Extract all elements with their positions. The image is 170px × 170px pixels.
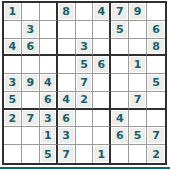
cell-r3c3[interactable] (40, 39, 58, 57)
cell-r5c9: 5 (147, 74, 165, 92)
given-digit: 4 (44, 77, 52, 88)
cell-r2c8[interactable] (129, 21, 147, 39)
given-digit: 3 (9, 77, 17, 88)
given-digit: 5 (152, 77, 160, 88)
cell-r7c5[interactable] (76, 110, 94, 128)
cell-r3c1: 4 (4, 39, 22, 57)
cell-r4c2[interactable] (22, 56, 40, 74)
cell-r6c6[interactable] (93, 92, 111, 110)
given-digit: 6 (62, 113, 70, 124)
cell-r4c4[interactable] (58, 56, 76, 74)
given-digit: 2 (80, 94, 88, 105)
given-digit: 5 (44, 149, 52, 160)
given-digit: 8 (62, 6, 70, 17)
cell-r2c3[interactable] (40, 21, 58, 39)
cell-r4c5: 5 (76, 56, 94, 74)
cell-r8c3: 1 (40, 127, 58, 145)
given-digit: 6 (26, 41, 34, 52)
given-digit: 6 (116, 130, 124, 141)
cell-r2c5[interactable] (76, 21, 94, 39)
given-digit: 3 (44, 113, 52, 124)
given-digit: 3 (80, 41, 88, 52)
cell-r5c5: 7 (76, 74, 94, 92)
cell-r4c3[interactable] (40, 56, 58, 74)
cell-r4c8: 1 (129, 56, 147, 74)
cell-r4c6: 6 (93, 56, 111, 74)
cell-r8c4: 3 (58, 127, 76, 145)
given-digit: 2 (9, 113, 17, 124)
cell-r3c5: 3 (76, 39, 94, 57)
cell-r9c2[interactable] (22, 145, 40, 163)
cell-r9c1[interactable] (4, 145, 22, 163)
cell-r5c3: 4 (40, 74, 58, 92)
cell-r5c7[interactable] (111, 74, 129, 92)
cell-r9c5[interactable] (76, 145, 94, 163)
cell-r8c9: 7 (147, 127, 165, 145)
given-digit: 6 (44, 94, 52, 105)
given-digit: 5 (80, 59, 88, 70)
given-digit: 8 (152, 41, 160, 52)
cell-r7c3: 3 (40, 110, 58, 128)
cell-r8c8: 5 (129, 127, 147, 145)
cell-r4c9[interactable] (147, 56, 165, 74)
given-digit: 1 (44, 130, 52, 141)
cell-r9c6: 1 (93, 145, 111, 163)
cell-r2c9: 6 (147, 21, 165, 39)
cell-r9c4: 7 (58, 145, 76, 163)
cell-r6c2[interactable] (22, 92, 40, 110)
cell-r3c9: 8 (147, 39, 165, 57)
bottom-rule (0, 167, 170, 169)
cell-r4c7[interactable] (111, 56, 129, 74)
cell-r1c8: 9 (129, 3, 147, 21)
given-digit: 9 (134, 6, 142, 17)
cell-r7c7: 4 (111, 110, 129, 128)
given-digit: 6 (152, 24, 160, 35)
cell-r8c5[interactable] (76, 127, 94, 145)
cell-r8c6[interactable] (93, 127, 111, 145)
cell-r1c6: 4 (93, 3, 111, 21)
cell-r6c9[interactable] (147, 92, 165, 110)
cell-r3c2: 6 (22, 39, 40, 57)
sudoku-board: 184793564638561394755642727364136575712 (2, 1, 167, 165)
given-digit: 7 (80, 77, 88, 88)
cell-r1c4: 8 (58, 3, 76, 21)
cell-r8c7: 6 (111, 127, 129, 145)
cell-r3c6[interactable] (93, 39, 111, 57)
cell-r7c2: 7 (22, 110, 40, 128)
cell-r8c1[interactable] (4, 127, 22, 145)
given-digit: 4 (9, 41, 17, 52)
cell-r3c4[interactable] (58, 39, 76, 57)
cell-r6c3: 6 (40, 92, 58, 110)
cell-r5c8[interactable] (129, 74, 147, 92)
given-digit: 7 (152, 130, 160, 141)
cell-r3c7[interactable] (111, 39, 129, 57)
cell-r5c6[interactable] (93, 74, 111, 92)
cell-r6c1: 5 (4, 92, 22, 110)
cell-r2c4[interactable] (58, 21, 76, 39)
given-digit: 5 (134, 130, 142, 141)
given-digit: 6 (98, 59, 106, 70)
given-digit: 3 (26, 24, 34, 35)
cell-r8c2[interactable] (22, 127, 40, 145)
cell-r6c8: 7 (129, 92, 147, 110)
cell-r9c7[interactable] (111, 145, 129, 163)
given-digit: 4 (116, 113, 124, 124)
cell-r1c5[interactable] (76, 3, 94, 21)
given-digit: 5 (116, 24, 124, 35)
cell-r6c4: 4 (58, 92, 76, 110)
given-digit: 7 (134, 94, 142, 105)
cell-r5c2: 9 (22, 74, 40, 92)
cell-r9c3: 5 (40, 145, 58, 163)
cell-r3c8[interactable] (129, 39, 147, 57)
cell-r7c1: 2 (4, 110, 22, 128)
given-digit: 1 (134, 59, 142, 70)
cell-r1c2[interactable] (22, 3, 40, 21)
cell-r1c3[interactable] (40, 3, 58, 21)
cell-r5c1: 3 (4, 74, 22, 92)
given-digit: 4 (98, 6, 106, 17)
given-digit: 9 (26, 77, 34, 88)
cell-r7c8[interactable] (129, 110, 147, 128)
cell-r7c6[interactable] (93, 110, 111, 128)
cell-r7c9[interactable] (147, 110, 165, 128)
given-digit: 4 (62, 94, 70, 105)
given-digit: 2 (152, 149, 160, 160)
cell-r2c6[interactable] (93, 21, 111, 39)
given-digit: 3 (62, 130, 70, 141)
cell-r6c7[interactable] (111, 92, 129, 110)
given-digit: 1 (98, 149, 106, 160)
cell-r2c7: 5 (111, 21, 129, 39)
cell-r2c1[interactable] (4, 21, 22, 39)
cell-r6c5: 2 (76, 92, 94, 110)
given-digit: 7 (62, 149, 70, 160)
cell-r4c1[interactable] (4, 56, 22, 74)
given-digit: 7 (26, 113, 34, 124)
cell-r1c7: 7 (111, 3, 129, 21)
cell-r7c4: 6 (58, 110, 76, 128)
given-digit: 5 (9, 94, 17, 105)
cell-r9c9: 2 (147, 145, 165, 163)
cell-r5c4[interactable] (58, 74, 76, 92)
given-digit: 1 (9, 6, 17, 17)
cell-r9c8[interactable] (129, 145, 147, 163)
cell-r1c1: 1 (4, 3, 22, 21)
cell-r2c2: 3 (22, 21, 40, 39)
given-digit: 7 (116, 6, 124, 17)
cell-r1c9[interactable] (147, 3, 165, 21)
